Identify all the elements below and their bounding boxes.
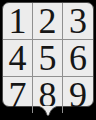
numpad-key-4[interactable]: 4 xyxy=(3,40,33,77)
popup-pointer-tail-icon xyxy=(37,106,59,118)
numpad-key-9[interactable]: 9 xyxy=(63,77,93,113)
numpad-key-7[interactable]: 7 xyxy=(3,77,33,113)
numpad-key-6[interactable]: 6 xyxy=(63,40,93,77)
numpad-key-3[interactable]: 3 xyxy=(63,3,93,40)
numpad-key-5[interactable]: 5 xyxy=(33,40,63,77)
numpad-key-2[interactable]: 2 xyxy=(33,3,63,40)
numpad-popup: 1 2 3 4 5 6 7 8 9 xyxy=(2,2,94,107)
numpad-key-1[interactable]: 1 xyxy=(3,3,33,40)
screen: 1 2 3 4 5 6 7 8 9 xyxy=(0,0,96,120)
